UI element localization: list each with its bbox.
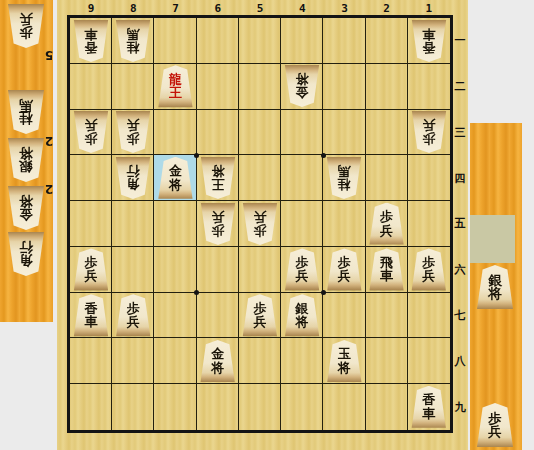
shogi-piece-歩兵[interactable]: 歩兵 [475,403,515,447]
board-square-7-6[interactable] [154,247,196,293]
board-square-1-5[interactable] [408,201,450,247]
piece-kanji: 歩 [296,256,309,270]
piece-kanji: 歩 [380,210,393,224]
piece-kanji: 将 [19,195,33,209]
piece-kanji: 王 [211,178,224,192]
board-square-4-9[interactable] [281,384,323,430]
board-square-1-8[interactable] [408,338,450,384]
board-square-3-2[interactable] [323,64,365,110]
board-square-9-9[interactable] [70,384,112,430]
board-square-1-7[interactable] [408,293,450,339]
shogi-board: 香車桂馬香車龍王金将歩兵歩兵歩兵角行金将王将桂馬歩兵歩兵歩兵歩兵歩兵歩兵飛車歩兵… [67,15,453,433]
piece-kanji: 馬 [338,164,351,178]
piece-kanji: 歩 [19,26,33,40]
board-square-9-8[interactable] [70,338,112,384]
piece-kanji: 金 [19,208,33,222]
board-square-2-2[interactable] [366,64,408,110]
board-square-6-6[interactable] [197,247,239,293]
piece-kanji: 歩 [338,256,351,270]
piece-kanji: 兵 [253,210,266,224]
piece-kanji: 兵 [296,269,309,283]
gote-captured-stand: 歩兵5桂馬2銀将2金将角行 [0,0,53,322]
board-square-4-1[interactable] [281,18,323,64]
piece-kanji: 歩 [253,302,266,316]
gote-hand-slot: 角行 [6,232,50,276]
rank-label: 五 [452,201,468,247]
file-label: 8 [112,2,154,15]
board-square-7-8[interactable] [154,338,196,384]
rank-label: 一 [452,18,468,64]
piece-kanji: 行 [127,164,140,178]
board-square-5-6[interactable] [239,247,281,293]
board-square-7-7[interactable] [154,293,196,339]
shogi-app: 歩兵5桂馬2銀将2金将角行 銀将歩兵 987654321 一二三四五六七八九 香… [0,0,534,450]
piece-kanji: 兵 [253,315,266,329]
piece-kanji: 車 [85,315,98,329]
board-square-7-9[interactable] [154,384,196,430]
rank-label: 九 [452,384,468,430]
board-square-9-5[interactable] [70,201,112,247]
piece-kanji: 兵 [127,315,140,329]
piece-kanji: 金 [296,86,309,100]
star-point-icon [321,153,326,158]
piece-kanji: 行 [19,241,33,255]
board-square-3-5[interactable] [323,201,365,247]
board-square-2-9[interactable] [366,384,408,430]
board-square-5-4[interactable] [239,155,281,201]
piece-kanji: 馬 [127,27,140,41]
board-square-9-4[interactable] [70,155,112,201]
rank-labels: 一二三四五六七八九 [452,18,468,430]
piece-kanji: 兵 [422,119,435,133]
board-square-5-8[interactable] [239,338,281,384]
piece-kanji: 香 [422,393,435,407]
piece-kanji: 桂 [338,178,351,192]
board-square-2-8[interactable] [366,338,408,384]
piece-kanji: 将 [338,361,351,375]
file-label: 3 [323,2,365,15]
gote-hand-slot: 桂馬2 [6,90,50,134]
piece-kanji: 金 [211,347,224,361]
piece-kanji: 歩 [85,132,98,146]
piece-kanji: 歩 [127,302,140,316]
piece-kanji: 兵 [85,269,98,283]
sente-captured-stand: 銀将歩兵 [470,123,522,450]
piece-kanji: 香 [85,302,98,316]
piece-kanji: 歩 [422,132,435,146]
board-square-2-7[interactable] [366,293,408,339]
board-square-7-5[interactable] [154,201,196,247]
piece-kanji: 馬 [19,99,33,113]
gote-hand-slot: 歩兵5 [6,4,50,48]
board-square-7-3[interactable] [154,110,196,156]
board-square-8-5[interactable] [112,201,154,247]
board-square-4-5[interactable] [281,201,323,247]
board-square-5-3[interactable] [239,110,281,156]
rank-label: 七 [452,293,468,339]
piece-kanji: 兵 [422,269,435,283]
piece-kanji: 香 [85,41,98,55]
piece-kanji: 兵 [380,224,393,238]
file-labels: 987654321 [70,2,450,15]
board-square-6-7[interactable] [197,293,239,339]
piece-kanji: 将 [211,164,224,178]
piece-kanji: 飛 [380,256,393,270]
board-square-2-1[interactable] [366,18,408,64]
file-label: 6 [197,2,239,15]
piece-kanji: 銀 [19,160,33,174]
board-square-8-9[interactable] [112,384,154,430]
piece-kanji: 王 [169,86,182,100]
board-square-5-1[interactable] [239,18,281,64]
shogi-piece-銀将[interactable]: 銀将 [475,265,515,309]
gote-hand-slot: 金将 [6,186,50,230]
board-square-4-4[interactable] [281,155,323,201]
shogi-piece-角行[interactable]: 角行 [6,232,46,276]
board-square-3-1[interactable] [323,18,365,64]
shogi-piece-銀将[interactable]: 銀将 [6,138,46,182]
piece-kanji: 角 [19,254,33,268]
piece-kanji: 将 [211,361,224,375]
piece-kanji: 角 [127,178,140,192]
piece-kanji: 兵 [338,269,351,283]
piece-kanji: 車 [422,407,435,421]
piece-kanji: 歩 [253,224,266,238]
piece-kanji: 金 [169,164,182,178]
board-square-3-7[interactable] [323,293,365,339]
board-square-7-1[interactable] [154,18,196,64]
board-square-8-8[interactable] [112,338,154,384]
board-square-6-3[interactable] [197,110,239,156]
piece-kanji: 兵 [211,210,224,224]
star-point-icon [194,153,199,158]
board-square-2-3[interactable] [366,110,408,156]
rank-label: 四 [452,155,468,201]
piece-kanji: 車 [422,27,435,41]
rank-label: 三 [452,110,468,156]
star-point-icon [321,290,326,295]
board-square-4-3[interactable] [281,110,323,156]
piece-kanji: 兵 [488,425,502,439]
file-label: 2 [366,2,408,15]
board-square-1-4[interactable] [408,155,450,201]
board-square-9-2[interactable] [70,64,112,110]
piece-kanji: 歩 [211,224,224,238]
piece-kanji: 将 [488,287,502,301]
piece-kanji: 兵 [85,119,98,133]
rank-label: 八 [452,338,468,384]
piece-kanji: 歩 [85,256,98,270]
board-square-8-6[interactable] [112,247,154,293]
file-label: 7 [154,2,196,15]
hand-slot-highlight [470,215,515,263]
piece-kanji: 歩 [127,132,140,146]
shogi-piece-歩兵[interactable]: 歩兵 [6,4,46,48]
piece-kanji: 将 [19,147,33,161]
board-square-8-2[interactable] [112,64,154,110]
board-square-5-2[interactable] [239,64,281,110]
shogi-piece-桂馬[interactable]: 桂馬 [6,90,46,134]
board-square-4-8[interactable] [281,338,323,384]
shogi-piece-金将[interactable]: 金将 [6,186,46,230]
piece-kanji: 車 [380,269,393,283]
sente-hand-slot: 歩兵 [475,403,519,447]
file-label: 4 [281,2,323,15]
board-square-2-4[interactable] [366,155,408,201]
hand-piece-count: 5 [45,48,53,62]
board-square-3-3[interactable] [323,110,365,156]
board-square-6-9[interactable] [197,384,239,430]
piece-kanji: 玉 [338,347,351,361]
piece-kanji: 将 [296,73,309,87]
piece-kanji: 銀 [296,302,309,316]
sente-hand-slot: 銀将 [475,265,519,309]
rank-label: 二 [452,64,468,110]
piece-kanji: 歩 [422,256,435,270]
board-square-6-2[interactable] [197,64,239,110]
rank-label: 六 [452,247,468,293]
file-label: 9 [70,2,112,15]
piece-kanji: 将 [169,178,182,192]
file-label: 1 [408,2,450,15]
board-square-3-9[interactable] [323,384,365,430]
piece-kanji: 香 [422,41,435,55]
board-square-5-9[interactable] [239,384,281,430]
piece-kanji: 桂 [19,112,33,126]
piece-kanji: 車 [85,27,98,41]
piece-kanji: 龍 [169,73,182,87]
gote-hand-slot: 銀将2 [6,138,50,182]
piece-kanji: 桂 [127,41,140,55]
file-label: 5 [239,2,281,15]
board-square-6-1[interactable] [197,18,239,64]
piece-kanji: 兵 [127,119,140,133]
piece-kanji: 兵 [19,13,33,27]
piece-kanji: 将 [296,315,309,329]
board-square-1-2[interactable] [408,64,450,110]
